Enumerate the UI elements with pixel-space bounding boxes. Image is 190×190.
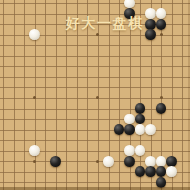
black-stone-cell[interactable] — [135, 103, 146, 114]
white-stone[interactable] — [29, 145, 40, 156]
white-stone-cell[interactable] — [103, 156, 114, 167]
white-stone[interactable] — [166, 166, 177, 177]
white-stone[interactable] — [145, 8, 156, 19]
black-stone-cell[interactable] — [145, 166, 156, 177]
white-stone[interactable] — [124, 145, 135, 156]
white-stone-cell[interactable] — [135, 145, 146, 156]
black-stone[interactable] — [114, 124, 125, 135]
white-stone-cell[interactable] — [166, 166, 177, 177]
black-stone[interactable] — [135, 103, 146, 114]
black-stone-cell[interactable] — [145, 19, 156, 30]
white-stone[interactable] — [145, 124, 156, 135]
black-stone[interactable] — [145, 166, 156, 177]
black-stone-cell[interactable] — [135, 114, 146, 125]
white-stone[interactable] — [124, 0, 135, 8]
board-right-edge — [188, 0, 190, 190]
white-stone[interactable] — [135, 145, 146, 156]
black-stone-cell[interactable] — [156, 166, 167, 177]
white-stone[interactable] — [156, 156, 167, 167]
black-stone[interactable] — [50, 156, 61, 167]
caption-text: 好大一盘棋 — [66, 15, 144, 33]
black-stone[interactable] — [145, 29, 156, 40]
black-stone[interactable] — [135, 114, 146, 125]
black-stone-cell[interactable] — [124, 156, 135, 167]
white-stone-cell[interactable] — [156, 156, 167, 167]
black-stone[interactable] — [145, 19, 156, 30]
black-stone[interactable] — [156, 103, 167, 114]
black-stone[interactable] — [124, 124, 135, 135]
black-stone-cell[interactable] — [156, 103, 167, 114]
white-stone-cell[interactable] — [29, 29, 40, 40]
black-stone[interactable] — [156, 166, 167, 177]
white-stone[interactable] — [103, 156, 114, 167]
white-stone[interactable] — [29, 29, 40, 40]
board-bottom-edge — [0, 187, 190, 190]
black-stone-cell[interactable] — [156, 177, 167, 188]
black-stone-cell[interactable] — [145, 29, 156, 40]
black-stone-cell[interactable] — [50, 156, 61, 167]
white-stone[interactable] — [124, 114, 135, 125]
white-stone-cell[interactable] — [145, 8, 156, 19]
white-stone-cell[interactable] — [135, 124, 146, 135]
white-stone[interactable] — [135, 124, 146, 135]
white-stone[interactable] — [145, 156, 156, 167]
white-stone[interactable] — [156, 8, 167, 19]
black-stone-cell[interactable] — [156, 19, 167, 30]
white-stone-cell[interactable] — [145, 156, 156, 167]
black-stone[interactable] — [124, 156, 135, 167]
go-board[interactable]: 好大一盘棋 — [0, 0, 190, 190]
black-stone[interactable] — [166, 156, 177, 167]
black-stone-cell[interactable] — [135, 166, 146, 177]
black-stone-cell[interactable] — [166, 156, 177, 167]
white-stone-cell[interactable] — [124, 0, 135, 8]
black-stone-cell[interactable] — [114, 124, 125, 135]
white-stone-cell[interactable] — [145, 124, 156, 135]
white-stone-cell[interactable] — [124, 114, 135, 125]
black-stone[interactable] — [156, 19, 167, 30]
black-stone-cell[interactable] — [124, 124, 135, 135]
white-stone-cell[interactable] — [124, 145, 135, 156]
black-stone[interactable] — [135, 166, 146, 177]
white-stone-cell[interactable] — [156, 8, 167, 19]
white-stone-cell[interactable] — [29, 145, 40, 156]
